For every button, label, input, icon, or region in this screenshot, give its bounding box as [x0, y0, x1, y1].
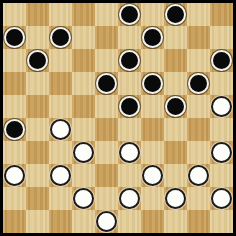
square-r9c5[interactable]: [118, 210, 141, 233]
square-r8c5[interactable]: [118, 187, 141, 210]
white-man[interactable]: [73, 142, 94, 163]
square-r6c4[interactable]: [95, 141, 118, 164]
square-r9c0[interactable]: [3, 210, 26, 233]
square-r8c7[interactable]: [164, 187, 187, 210]
square-r8c6[interactable]: [141, 187, 164, 210]
square-r3c7[interactable]: [164, 72, 187, 95]
board: [3, 3, 233, 233]
square-r7c9[interactable]: [210, 164, 233, 187]
square-r7c0[interactable]: [3, 164, 26, 187]
white-man[interactable]: [119, 142, 140, 163]
square-r1c4[interactable]: [95, 26, 118, 49]
square-r8c0[interactable]: [3, 187, 26, 210]
square-r1c9[interactable]: [210, 26, 233, 49]
square-r1c6[interactable]: [141, 26, 164, 49]
square-r3c3[interactable]: [72, 72, 95, 95]
square-r2c6[interactable]: [141, 49, 164, 72]
black-man[interactable]: [142, 73, 163, 94]
black-man[interactable]: [96, 73, 117, 94]
square-r5c8[interactable]: [187, 118, 210, 141]
square-r2c7[interactable]: [164, 49, 187, 72]
square-r5c6[interactable]: [141, 118, 164, 141]
square-r1c5[interactable]: [118, 26, 141, 49]
square-r5c0[interactable]: [3, 118, 26, 141]
white-man[interactable]: [50, 165, 71, 186]
black-man[interactable]: [211, 50, 232, 71]
square-r6c8[interactable]: [187, 141, 210, 164]
square-r4c0[interactable]: [3, 95, 26, 118]
board-frame: [0, 0, 236, 236]
square-r5c5[interactable]: [118, 118, 141, 141]
square-r0c4[interactable]: [95, 3, 118, 26]
square-r7c3[interactable]: [72, 164, 95, 187]
square-r7c7[interactable]: [164, 164, 187, 187]
black-man[interactable]: [119, 50, 140, 71]
square-r3c4[interactable]: [95, 72, 118, 95]
black-man[interactable]: [119, 4, 140, 25]
square-r1c0[interactable]: [3, 26, 26, 49]
square-r8c3[interactable]: [72, 187, 95, 210]
black-man[interactable]: [165, 96, 186, 117]
square-r5c1[interactable]: [26, 118, 49, 141]
square-r5c7[interactable]: [164, 118, 187, 141]
square-r9c1[interactable]: [26, 210, 49, 233]
square-r9c4[interactable]: [95, 210, 118, 233]
square-r2c2[interactable]: [49, 49, 72, 72]
square-r6c6[interactable]: [141, 141, 164, 164]
square-r9c3[interactable]: [72, 210, 95, 233]
white-man[interactable]: [211, 188, 232, 209]
square-r8c4[interactable]: [95, 187, 118, 210]
white-man[interactable]: [73, 188, 94, 209]
square-r0c6[interactable]: [141, 3, 164, 26]
square-r0c8[interactable]: [187, 3, 210, 26]
white-man[interactable]: [119, 188, 140, 209]
black-man[interactable]: [119, 96, 140, 117]
square-r9c7[interactable]: [164, 210, 187, 233]
white-man[interactable]: [165, 188, 186, 209]
square-r4c8[interactable]: [187, 95, 210, 118]
white-man[interactable]: [211, 142, 232, 163]
white-man[interactable]: [211, 96, 232, 117]
square-r6c3[interactable]: [72, 141, 95, 164]
white-man[interactable]: [188, 165, 209, 186]
square-r0c7[interactable]: [164, 3, 187, 26]
square-r2c5[interactable]: [118, 49, 141, 72]
square-r3c2[interactable]: [49, 72, 72, 95]
black-man[interactable]: [142, 27, 163, 48]
square-r3c9[interactable]: [210, 72, 233, 95]
black-man[interactable]: [4, 27, 25, 48]
square-r8c1[interactable]: [26, 187, 49, 210]
square-r1c3[interactable]: [72, 26, 95, 49]
square-r2c1[interactable]: [26, 49, 49, 72]
black-man[interactable]: [165, 4, 186, 25]
square-r7c5[interactable]: [118, 164, 141, 187]
square-r4c5[interactable]: [118, 95, 141, 118]
white-man[interactable]: [96, 211, 117, 232]
square-r8c8[interactable]: [187, 187, 210, 210]
square-r4c6[interactable]: [141, 95, 164, 118]
white-man[interactable]: [142, 165, 163, 186]
square-r1c8[interactable]: [187, 26, 210, 49]
black-man[interactable]: [4, 119, 25, 140]
white-man[interactable]: [50, 119, 71, 140]
square-r6c7[interactable]: [164, 141, 187, 164]
square-r5c9[interactable]: [210, 118, 233, 141]
square-r5c3[interactable]: [72, 118, 95, 141]
square-r9c9[interactable]: [210, 210, 233, 233]
black-man[interactable]: [50, 27, 71, 48]
square-r5c4[interactable]: [95, 118, 118, 141]
square-r0c5[interactable]: [118, 3, 141, 26]
square-r2c4[interactable]: [95, 49, 118, 72]
black-man[interactable]: [188, 73, 209, 94]
square-r4c2[interactable]: [49, 95, 72, 118]
square-r9c2[interactable]: [49, 210, 72, 233]
square-r9c6[interactable]: [141, 210, 164, 233]
square-r6c5[interactable]: [118, 141, 141, 164]
square-r3c5[interactable]: [118, 72, 141, 95]
square-r7c4[interactable]: [95, 164, 118, 187]
square-r3c8[interactable]: [187, 72, 210, 95]
square-r1c7[interactable]: [164, 26, 187, 49]
square-r9c8[interactable]: [187, 210, 210, 233]
square-r0c2[interactable]: [49, 3, 72, 26]
square-r3c0[interactable]: [3, 72, 26, 95]
square-r6c9[interactable]: [210, 141, 233, 164]
square-r0c0[interactable]: [3, 3, 26, 26]
square-r0c9[interactable]: [210, 3, 233, 26]
square-r4c1[interactable]: [26, 95, 49, 118]
square-r7c8[interactable]: [187, 164, 210, 187]
black-man[interactable]: [27, 50, 48, 71]
square-r6c0[interactable]: [3, 141, 26, 164]
square-r1c1[interactable]: [26, 26, 49, 49]
square-r3c6[interactable]: [141, 72, 164, 95]
square-r4c4[interactable]: [95, 95, 118, 118]
square-r2c0[interactable]: [3, 49, 26, 72]
square-r6c2[interactable]: [49, 141, 72, 164]
square-r7c2[interactable]: [49, 164, 72, 187]
square-r0c1[interactable]: [26, 3, 49, 26]
square-r6c1[interactable]: [26, 141, 49, 164]
square-r2c8[interactable]: [187, 49, 210, 72]
white-man[interactable]: [4, 165, 25, 186]
square-r4c7[interactable]: [164, 95, 187, 118]
square-r7c1[interactable]: [26, 164, 49, 187]
square-r3c1[interactable]: [26, 72, 49, 95]
square-r1c2[interactable]: [49, 26, 72, 49]
square-r2c9[interactable]: [210, 49, 233, 72]
square-r5c2[interactable]: [49, 118, 72, 141]
square-r4c9[interactable]: [210, 95, 233, 118]
square-r2c3[interactable]: [72, 49, 95, 72]
square-r4c3[interactable]: [72, 95, 95, 118]
square-r8c9[interactable]: [210, 187, 233, 210]
square-r7c6[interactable]: [141, 164, 164, 187]
square-r8c2[interactable]: [49, 187, 72, 210]
square-r0c3[interactable]: [72, 3, 95, 26]
